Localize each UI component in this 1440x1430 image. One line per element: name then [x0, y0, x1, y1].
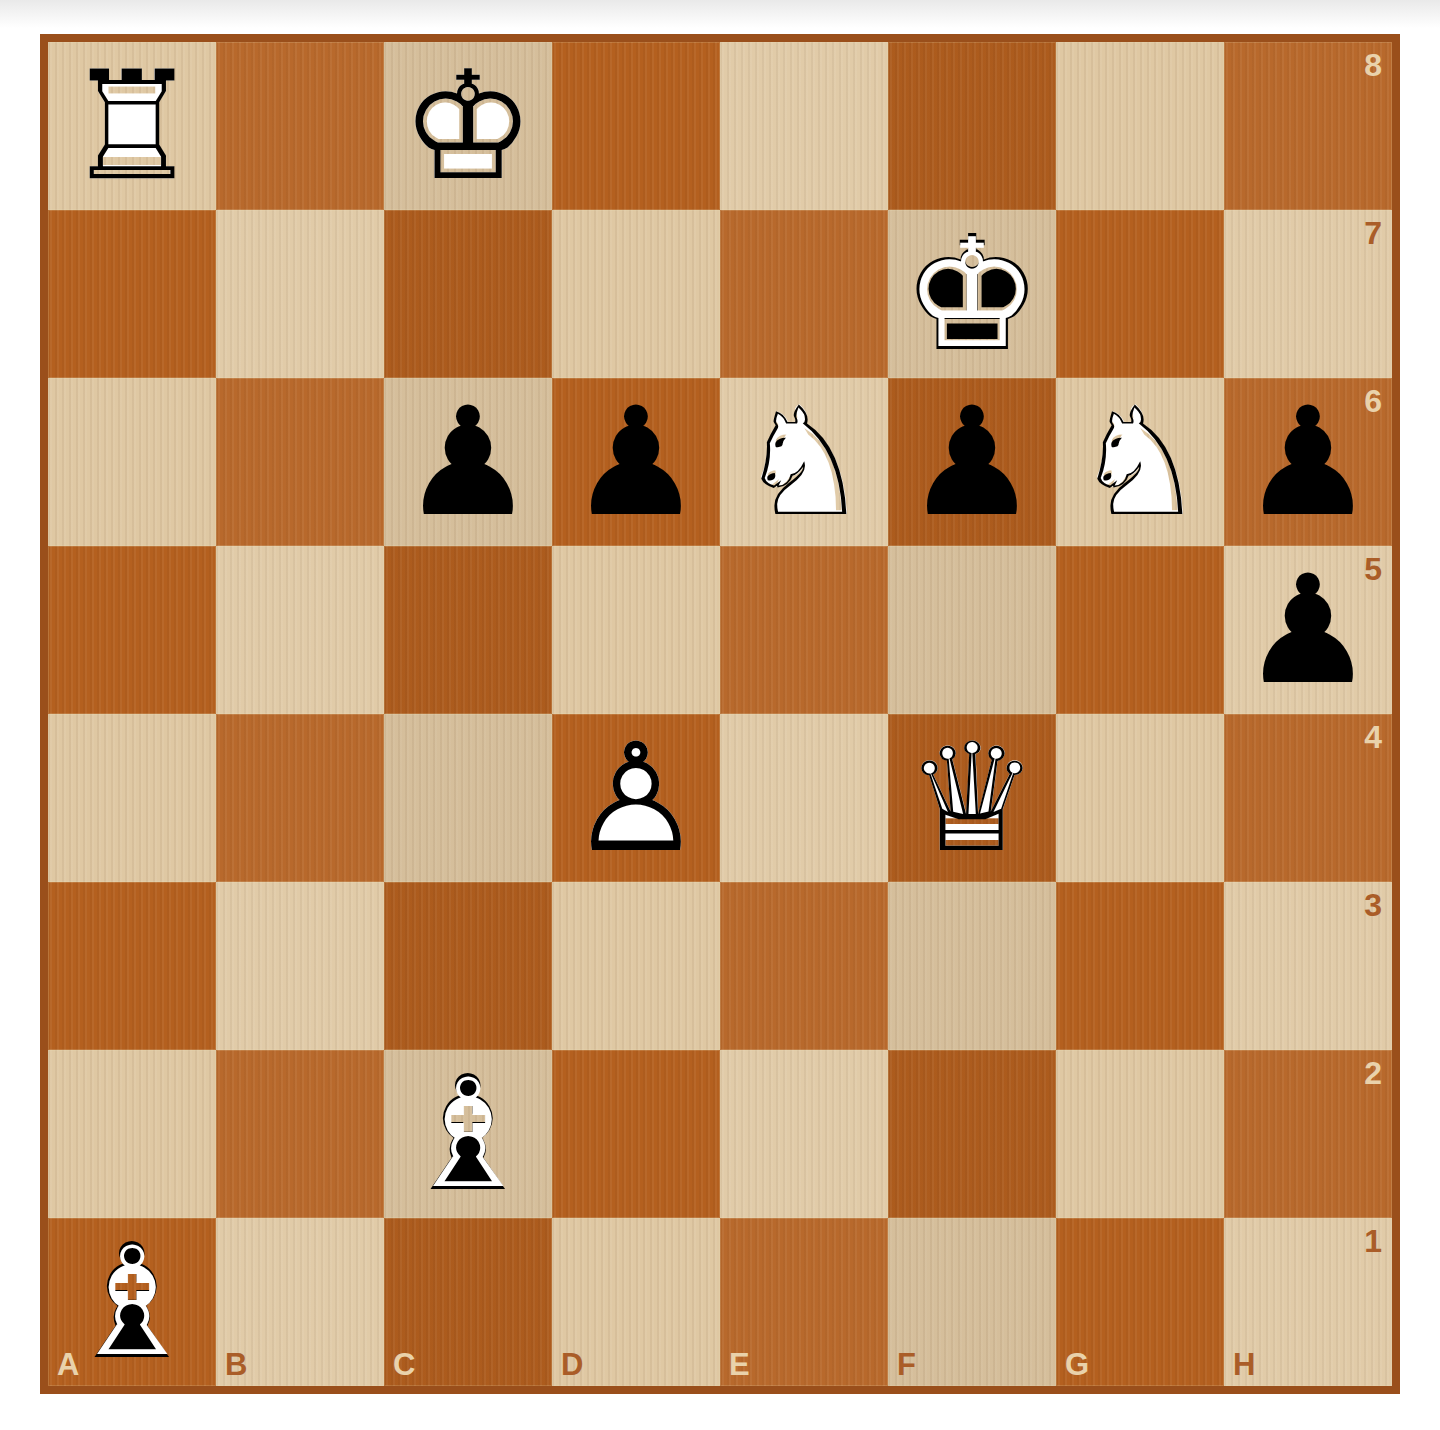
- square-c3[interactable]: [384, 882, 552, 1050]
- square-e6[interactable]: ♞♘: [720, 378, 888, 546]
- square-a6[interactable]: [48, 378, 216, 546]
- square-f7[interactable]: ♚♔: [888, 210, 1056, 378]
- square-e7[interactable]: [720, 210, 888, 378]
- square-d8[interactable]: [552, 42, 720, 210]
- square-f6[interactable]: ♟: [888, 378, 1056, 546]
- square-b5[interactable]: [216, 546, 384, 714]
- piece-black-pawn-d6[interactable]: ♟: [552, 378, 720, 546]
- piece-white-rook-a8[interactable]: ♜♖: [48, 42, 216, 210]
- square-a7[interactable]: [48, 210, 216, 378]
- square-f2[interactable]: [888, 1050, 1056, 1218]
- file-label-e: E: [729, 1347, 750, 1383]
- square-f5[interactable]: [888, 546, 1056, 714]
- square-e5[interactable]: [720, 546, 888, 714]
- square-c6[interactable]: ♟: [384, 378, 552, 546]
- square-e1[interactable]: E: [720, 1218, 888, 1386]
- rank-label-7: 7: [1364, 215, 1382, 252]
- square-h4[interactable]: 4: [1224, 714, 1392, 882]
- square-h5[interactable]: 5♟: [1224, 546, 1392, 714]
- piece-black-bishop-c2[interactable]: ♝♗: [384, 1050, 552, 1218]
- square-f3[interactable]: [888, 882, 1056, 1050]
- square-d7[interactable]: [552, 210, 720, 378]
- square-h2[interactable]: 2: [1224, 1050, 1392, 1218]
- square-c7[interactable]: [384, 210, 552, 378]
- square-a5[interactable]: [48, 546, 216, 714]
- rank-label-1: 1: [1364, 1223, 1382, 1260]
- piece-white-knight-e6[interactable]: ♞♘: [720, 378, 888, 546]
- square-g8[interactable]: [1056, 42, 1224, 210]
- square-d3[interactable]: [552, 882, 720, 1050]
- square-d6[interactable]: ♟: [552, 378, 720, 546]
- piece-black-pawn-f6[interactable]: ♟: [888, 378, 1056, 546]
- square-d4[interactable]: ♟♙: [552, 714, 720, 882]
- piece-black-pawn-c6[interactable]: ♟: [384, 378, 552, 546]
- square-d1[interactable]: D: [552, 1218, 720, 1386]
- square-h6[interactable]: 6♟: [1224, 378, 1392, 546]
- chess-board: ♜♖♚♔8♚♔7♟♟♞♘♟♞♘6♟5♟♟♙♛♕43♝♗2A♝♗BCDEFG1H: [40, 34, 1400, 1394]
- piece-white-queen-f4[interactable]: ♛♕: [888, 714, 1056, 882]
- file-label-g: G: [1065, 1347, 1089, 1383]
- square-b1[interactable]: B: [216, 1218, 384, 1386]
- square-g4[interactable]: [1056, 714, 1224, 882]
- square-c1[interactable]: C: [384, 1218, 552, 1386]
- square-e3[interactable]: [720, 882, 888, 1050]
- square-c8[interactable]: ♚♔: [384, 42, 552, 210]
- square-h1[interactable]: 1H: [1224, 1218, 1392, 1386]
- square-b4[interactable]: [216, 714, 384, 882]
- piece-black-pawn-h5[interactable]: ♟: [1224, 546, 1392, 714]
- file-label-b: B: [225, 1347, 247, 1383]
- square-g1[interactable]: G: [1056, 1218, 1224, 1386]
- file-label-c: C: [393, 1347, 415, 1383]
- square-f1[interactable]: F: [888, 1218, 1056, 1386]
- rank-label-2: 2: [1364, 1055, 1382, 1092]
- square-a1[interactable]: A♝♗: [48, 1218, 216, 1386]
- file-label-f: F: [897, 1347, 916, 1383]
- square-e2[interactable]: [720, 1050, 888, 1218]
- square-g6[interactable]: ♞♘: [1056, 378, 1224, 546]
- piece-black-king-f7[interactable]: ♚♔: [888, 210, 1056, 378]
- square-g3[interactable]: [1056, 882, 1224, 1050]
- square-f8[interactable]: [888, 42, 1056, 210]
- file-label-d: D: [561, 1347, 583, 1383]
- square-b7[interactable]: [216, 210, 384, 378]
- square-h7[interactable]: 7: [1224, 210, 1392, 378]
- rank-label-3: 3: [1364, 887, 1382, 924]
- square-a3[interactable]: [48, 882, 216, 1050]
- square-e4[interactable]: [720, 714, 888, 882]
- page-top-gradient: [0, 0, 1440, 28]
- square-e8[interactable]: [720, 42, 888, 210]
- square-a2[interactable]: [48, 1050, 216, 1218]
- square-g7[interactable]: [1056, 210, 1224, 378]
- rank-label-8: 8: [1364, 47, 1382, 84]
- square-c4[interactable]: [384, 714, 552, 882]
- square-h8[interactable]: 8: [1224, 42, 1392, 210]
- square-f4[interactable]: ♛♕: [888, 714, 1056, 882]
- square-g5[interactable]: [1056, 546, 1224, 714]
- square-b6[interactable]: [216, 378, 384, 546]
- square-d2[interactable]: [552, 1050, 720, 1218]
- square-a4[interactable]: [48, 714, 216, 882]
- rank-label-4: 4: [1364, 719, 1382, 756]
- square-b8[interactable]: [216, 42, 384, 210]
- square-h3[interactable]: 3: [1224, 882, 1392, 1050]
- square-g2[interactable]: [1056, 1050, 1224, 1218]
- square-a8[interactable]: ♜♖: [48, 42, 216, 210]
- square-c2[interactable]: ♝♗: [384, 1050, 552, 1218]
- piece-white-pawn-d4[interactable]: ♟♙: [552, 714, 720, 882]
- piece-white-knight-g6[interactable]: ♞♘: [1056, 378, 1224, 546]
- square-c5[interactable]: [384, 546, 552, 714]
- piece-white-king-c8[interactable]: ♚♔: [384, 42, 552, 210]
- file-label-h: H: [1233, 1347, 1255, 1383]
- square-d5[interactable]: [552, 546, 720, 714]
- piece-black-pawn-h6[interactable]: ♟: [1224, 378, 1392, 546]
- square-b3[interactable]: [216, 882, 384, 1050]
- square-b2[interactable]: [216, 1050, 384, 1218]
- piece-black-bishop-a1[interactable]: ♝♗: [48, 1218, 216, 1386]
